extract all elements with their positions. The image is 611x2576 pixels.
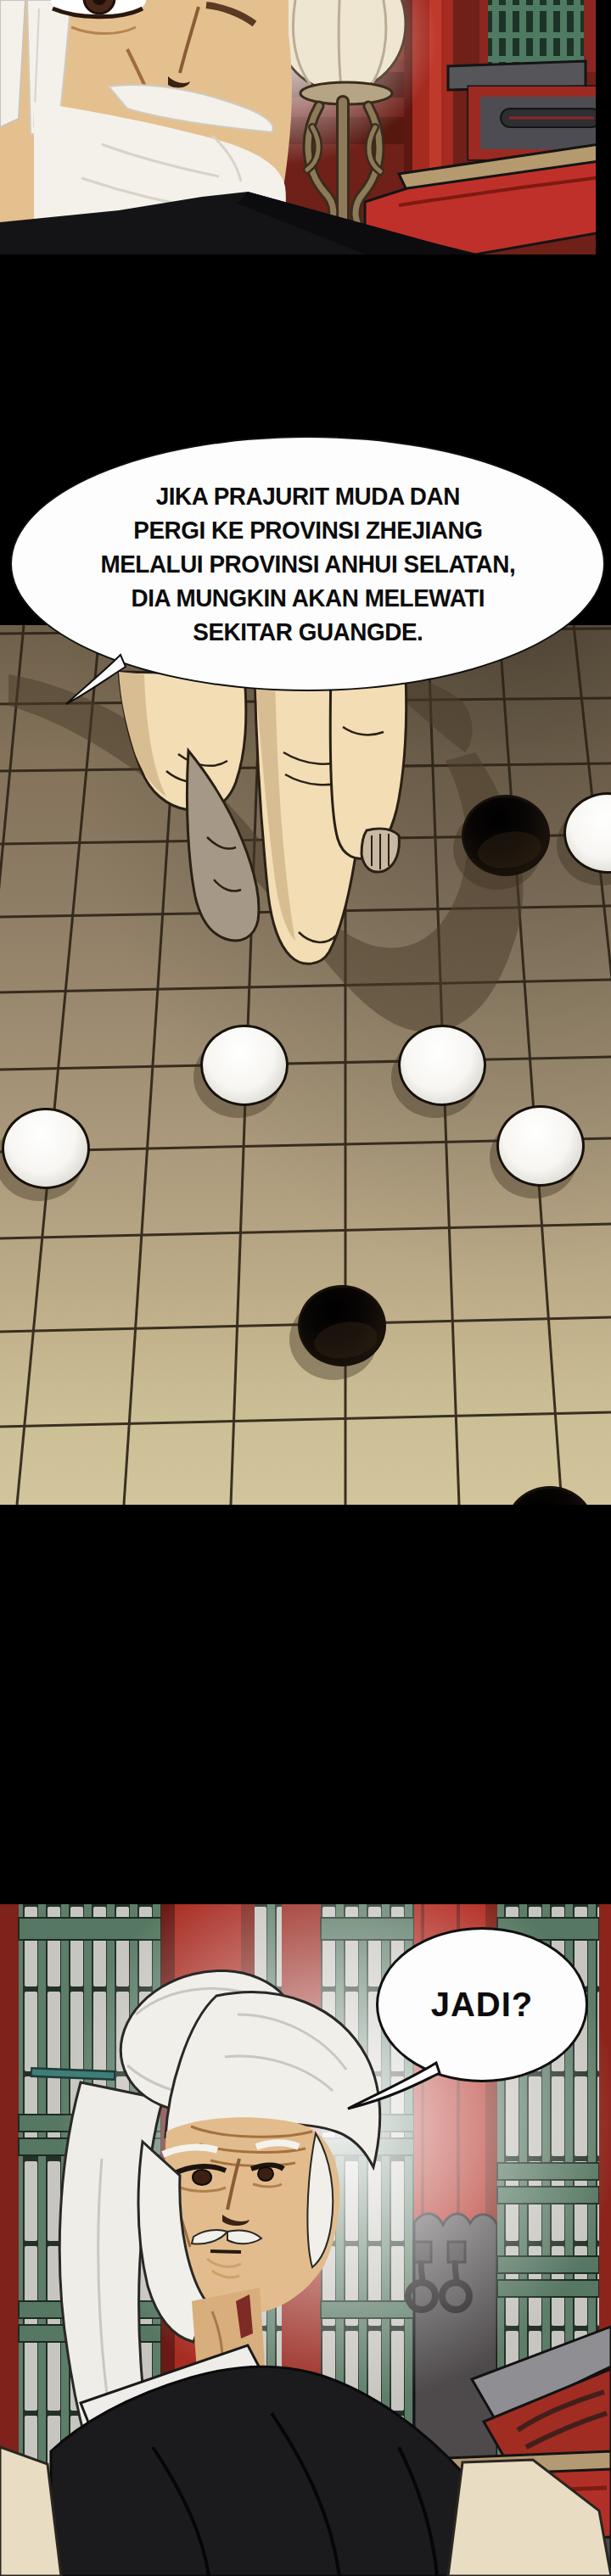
bubble-tail-narration [59, 651, 137, 711]
hairpin [31, 2072, 115, 2076]
narration-line-4: DIA MUNGKIN AKAN MELEWATI [100, 581, 515, 615]
stones-layer [0, 625, 611, 1505]
narration-line-1: JIKA PRAJURIT MUDA DAN [100, 479, 515, 513]
go-stone-white [2, 1108, 90, 1189]
webtoon-page: JIKA PRAJURIT MUDA DAN PERGI KE PROVINSI… [0, 0, 611, 2576]
go-stone-white [496, 1105, 585, 1187]
go-stone-black [462, 795, 550, 876]
narration-text: JIKA PRAJURIT MUDA DAN PERGI KE PROVINSI… [100, 479, 515, 649]
jadi-text: JADI? [431, 1986, 534, 2024]
narration-line-3: MELALUI PROVINSI ANHUI SELATAN, [100, 547, 515, 581]
go-board-panel [0, 625, 611, 1505]
go-stone-black [506, 1486, 594, 1505]
door-panel [448, 61, 611, 159]
panel-old-man-closeup [0, 0, 611, 254]
bubble-tail-jadi [339, 2059, 443, 2115]
go-board [0, 625, 611, 1505]
go-stone-white [563, 792, 611, 874]
panel-edge [596, 0, 611, 254]
narration-line-2: PERGI KE PROVINSI ZHEJIANG [100, 513, 515, 547]
narration-line-5: SEKITAR GUANGDE. [100, 615, 515, 649]
panel1-art [0, 0, 611, 254]
go-stone-black [298, 1285, 386, 1366]
go-stone-white [398, 1025, 486, 1106]
go-stone-white [200, 1025, 289, 1106]
